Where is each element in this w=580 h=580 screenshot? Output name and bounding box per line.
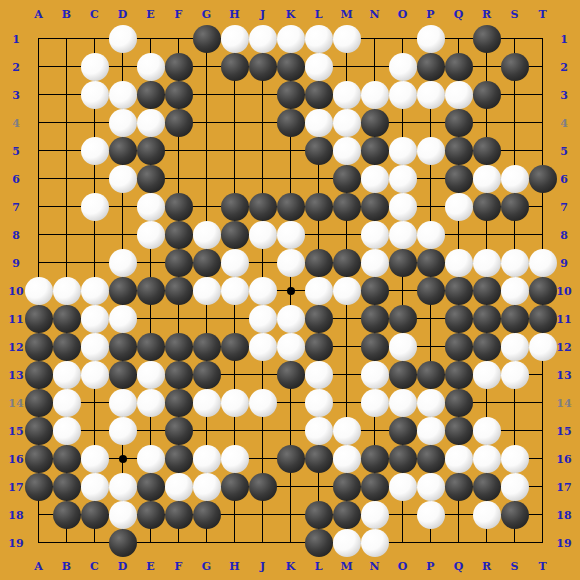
white-stone-C11 [81, 305, 109, 333]
black-stone-K13 [277, 361, 305, 389]
white-stone-O3 [389, 81, 417, 109]
black-stone-F7 [165, 193, 193, 221]
col-label-bottom-P: P [426, 561, 434, 572]
black-stone-J7 [249, 193, 277, 221]
white-stone-D1 [109, 25, 137, 53]
white-stone-B14 [53, 389, 81, 417]
white-stone-K9 [277, 249, 305, 277]
black-stone-L19 [305, 529, 333, 557]
black-stone-G9 [193, 249, 221, 277]
col-label-top-C: C [90, 9, 99, 20]
row-label-left-17: 17 [8, 481, 23, 492]
row-label-left-4: 4 [12, 117, 20, 128]
black-stone-R17 [473, 473, 501, 501]
white-stone-M5 [333, 137, 361, 165]
black-stone-L7 [305, 193, 333, 221]
black-stone-S7 [501, 193, 529, 221]
black-stone-P10 [417, 277, 445, 305]
row-label-left-13: 13 [8, 369, 23, 380]
black-stone-P13 [417, 361, 445, 389]
white-stone-E8 [137, 221, 165, 249]
black-stone-L9 [305, 249, 333, 277]
col-label-bottom-E: E [146, 561, 154, 572]
black-stone-M6 [333, 165, 361, 193]
white-stone-O14 [389, 389, 417, 417]
white-stone-B10 [53, 277, 81, 305]
white-stone-S13 [501, 361, 529, 389]
col-label-top-T: T [538, 9, 546, 20]
white-stone-H9 [221, 249, 249, 277]
black-stone-L3 [305, 81, 333, 109]
black-stone-T10 [529, 277, 557, 305]
white-stone-T9 [529, 249, 557, 277]
white-stone-O12 [389, 333, 417, 361]
black-stone-L18 [305, 501, 333, 529]
black-stone-E6 [137, 165, 165, 193]
black-stone-N4 [361, 109, 389, 137]
white-stone-O8 [389, 221, 417, 249]
black-stone-R11 [473, 305, 501, 333]
star-point-D16 [119, 455, 127, 463]
black-stone-B17 [53, 473, 81, 501]
black-stone-L5 [305, 137, 333, 165]
white-stone-S17 [501, 473, 529, 501]
white-stone-J1 [249, 25, 277, 53]
black-stone-R7 [473, 193, 501, 221]
col-label-top-N: N [369, 9, 379, 20]
white-stone-C2 [81, 53, 109, 81]
black-stone-M18 [333, 501, 361, 529]
white-stone-E7 [137, 193, 165, 221]
row-label-left-14: 14 [8, 397, 23, 408]
black-stone-O13 [389, 361, 417, 389]
white-stone-D4 [109, 109, 137, 137]
row-label-right-19: 19 [556, 537, 571, 548]
row-label-right-3: 3 [560, 89, 568, 100]
white-stone-G8 [193, 221, 221, 249]
black-stone-Q14 [445, 389, 473, 417]
white-stone-L15 [305, 417, 333, 445]
col-label-top-P: P [426, 9, 434, 20]
black-stone-K3 [277, 81, 305, 109]
row-label-left-19: 19 [8, 537, 23, 548]
black-stone-F2 [165, 53, 193, 81]
white-stone-J11 [249, 305, 277, 333]
white-stone-L2 [305, 53, 333, 81]
white-stone-S6 [501, 165, 529, 193]
white-stone-T12 [529, 333, 557, 361]
row-label-left-7: 7 [12, 201, 20, 212]
col-label-top-A: A [34, 9, 43, 20]
col-label-top-B: B [62, 9, 71, 20]
black-stone-T6 [529, 165, 557, 193]
white-stone-R18 [473, 501, 501, 529]
col-label-bottom-F: F [175, 561, 183, 572]
row-label-right-16: 16 [556, 453, 571, 464]
black-stone-S11 [501, 305, 529, 333]
row-label-right-6: 6 [560, 173, 568, 184]
row-label-left-5: 5 [12, 145, 20, 156]
white-stone-Q9 [445, 249, 473, 277]
row-label-left-1: 1 [12, 33, 20, 44]
white-stone-D17 [109, 473, 137, 501]
black-stone-B11 [53, 305, 81, 333]
black-stone-H8 [221, 221, 249, 249]
black-stone-G18 [193, 501, 221, 529]
col-label-bottom-J: J [260, 561, 265, 572]
black-stone-Q10 [445, 277, 473, 305]
black-stone-F18 [165, 501, 193, 529]
black-stone-K7 [277, 193, 305, 221]
white-stone-E14 [137, 389, 165, 417]
white-stone-M3 [333, 81, 361, 109]
white-stone-J10 [249, 277, 277, 305]
black-stone-S18 [501, 501, 529, 529]
white-stone-M19 [333, 529, 361, 557]
black-stone-A16 [25, 445, 53, 473]
white-stone-M4 [333, 109, 361, 137]
white-stone-C12 [81, 333, 109, 361]
white-stone-D15 [109, 417, 137, 445]
black-stone-E17 [137, 473, 165, 501]
col-label-bottom-A: A [34, 561, 43, 572]
black-stone-O11 [389, 305, 417, 333]
white-stone-R13 [473, 361, 501, 389]
black-stone-E10 [137, 277, 165, 305]
black-stone-L11 [305, 305, 333, 333]
black-stone-Q5 [445, 137, 473, 165]
black-stone-N17 [361, 473, 389, 501]
white-stone-Q16 [445, 445, 473, 473]
black-stone-Q11 [445, 305, 473, 333]
row-label-left-2: 2 [12, 61, 20, 72]
white-stone-O5 [389, 137, 417, 165]
white-stone-N8 [361, 221, 389, 249]
white-stone-P15 [417, 417, 445, 445]
black-stone-N16 [361, 445, 389, 473]
white-stone-M16 [333, 445, 361, 473]
black-stone-B18 [53, 501, 81, 529]
black-stone-R3 [473, 81, 501, 109]
white-stone-C7 [81, 193, 109, 221]
black-stone-E18 [137, 501, 165, 529]
black-stone-P9 [417, 249, 445, 277]
row-label-right-17: 17 [556, 481, 571, 492]
white-stone-E13 [137, 361, 165, 389]
white-stone-J12 [249, 333, 277, 361]
col-label-bottom-L: L [315, 561, 323, 572]
col-label-top-R: R [482, 9, 491, 20]
white-stone-D3 [109, 81, 137, 109]
white-stone-K1 [277, 25, 305, 53]
white-stone-O2 [389, 53, 417, 81]
black-stone-Q13 [445, 361, 473, 389]
col-label-top-J: J [260, 9, 265, 20]
black-stone-D19 [109, 529, 137, 557]
white-stone-E2 [137, 53, 165, 81]
white-stone-D11 [109, 305, 137, 333]
black-stone-R12 [473, 333, 501, 361]
row-label-right-8: 8 [560, 229, 568, 240]
black-stone-D12 [109, 333, 137, 361]
black-stone-D10 [109, 277, 137, 305]
black-stone-L16 [305, 445, 333, 473]
black-stone-D13 [109, 361, 137, 389]
black-stone-E12 [137, 333, 165, 361]
black-stone-A13 [25, 361, 53, 389]
black-stone-H2 [221, 53, 249, 81]
white-stone-Q7 [445, 193, 473, 221]
black-stone-H12 [221, 333, 249, 361]
white-stone-H16 [221, 445, 249, 473]
black-stone-O15 [389, 417, 417, 445]
black-stone-S2 [501, 53, 529, 81]
black-stone-F12 [165, 333, 193, 361]
white-stone-R15 [473, 417, 501, 445]
col-label-top-F: F [175, 9, 183, 20]
white-stone-E4 [137, 109, 165, 137]
black-stone-E5 [137, 137, 165, 165]
black-stone-P16 [417, 445, 445, 473]
black-stone-K2 [277, 53, 305, 81]
star-point-K10 [287, 287, 295, 295]
white-stone-N14 [361, 389, 389, 417]
white-stone-K11 [277, 305, 305, 333]
black-stone-A11 [25, 305, 53, 333]
black-stone-N7 [361, 193, 389, 221]
row-label-right-12: 12 [556, 341, 571, 352]
white-stone-O17 [389, 473, 417, 501]
white-stone-G17 [193, 473, 221, 501]
black-stone-D5 [109, 137, 137, 165]
black-stone-F9 [165, 249, 193, 277]
row-label-left-12: 12 [8, 341, 23, 352]
col-label-bottom-S: S [511, 561, 519, 572]
row-label-left-10: 10 [8, 285, 23, 296]
white-stone-L1 [305, 25, 333, 53]
white-stone-L4 [305, 109, 333, 137]
black-stone-J17 [249, 473, 277, 501]
white-stone-H10 [221, 277, 249, 305]
row-label-left-9: 9 [12, 257, 20, 268]
black-stone-J2 [249, 53, 277, 81]
white-stone-C17 [81, 473, 109, 501]
white-stone-N18 [361, 501, 389, 529]
col-label-bottom-Q: Q [454, 561, 464, 572]
black-stone-N11 [361, 305, 389, 333]
col-label-top-Q: Q [454, 9, 464, 20]
row-label-left-3: 3 [12, 89, 20, 100]
white-stone-S12 [501, 333, 529, 361]
col-label-top-D: D [118, 9, 128, 20]
white-stone-N13 [361, 361, 389, 389]
white-stone-C13 [81, 361, 109, 389]
black-stone-M7 [333, 193, 361, 221]
black-stone-Q4 [445, 109, 473, 137]
black-stone-F10 [165, 277, 193, 305]
white-stone-R6 [473, 165, 501, 193]
black-stone-A12 [25, 333, 53, 361]
black-stone-F14 [165, 389, 193, 417]
white-stone-P5 [417, 137, 445, 165]
white-stone-Q3 [445, 81, 473, 109]
row-label-right-5: 5 [560, 145, 568, 156]
black-stone-M9 [333, 249, 361, 277]
row-label-right-13: 13 [556, 369, 571, 380]
col-label-bottom-M: M [340, 561, 352, 572]
white-stone-O7 [389, 193, 417, 221]
col-label-top-M: M [340, 9, 352, 20]
white-stone-H14 [221, 389, 249, 417]
row-label-left-8: 8 [12, 229, 20, 240]
row-label-right-2: 2 [560, 61, 568, 72]
col-label-top-H: H [229, 9, 239, 20]
black-stone-Q2 [445, 53, 473, 81]
col-label-bottom-N: N [369, 561, 379, 572]
black-stone-F15 [165, 417, 193, 445]
white-stone-P3 [417, 81, 445, 109]
col-label-bottom-K: K [286, 561, 296, 572]
go-board[interactable]: AABBCCDDEEFFGGHHJJKKLLMMNNOOPPQQRRSSTT11… [0, 0, 580, 580]
black-stone-R1 [473, 25, 501, 53]
row-label-left-18: 18 [8, 509, 23, 520]
white-stone-N9 [361, 249, 389, 277]
black-stone-P2 [417, 53, 445, 81]
white-stone-S16 [501, 445, 529, 473]
row-label-right-11: 11 [556, 313, 571, 324]
black-stone-Q17 [445, 473, 473, 501]
white-stone-E16 [137, 445, 165, 473]
white-stone-P17 [417, 473, 445, 501]
white-stone-B15 [53, 417, 81, 445]
col-label-top-L: L [315, 9, 323, 20]
col-label-top-K: K [286, 9, 296, 20]
row-label-left-6: 6 [12, 173, 20, 184]
black-stone-K4 [277, 109, 305, 137]
black-stone-A17 [25, 473, 53, 501]
black-stone-O9 [389, 249, 417, 277]
black-stone-F3 [165, 81, 193, 109]
white-stone-C10 [81, 277, 109, 305]
black-stone-G12 [193, 333, 221, 361]
white-stone-L14 [305, 389, 333, 417]
black-stone-N5 [361, 137, 389, 165]
black-stone-F4 [165, 109, 193, 137]
black-stone-G1 [193, 25, 221, 53]
col-label-bottom-T: T [538, 561, 546, 572]
row-label-right-15: 15 [556, 425, 571, 436]
col-label-top-G: G [202, 9, 211, 20]
white-stone-A10 [25, 277, 53, 305]
black-stone-Q6 [445, 165, 473, 193]
col-label-bottom-B: B [62, 561, 71, 572]
row-label-right-1: 1 [560, 33, 568, 44]
col-label-top-S: S [511, 9, 519, 20]
row-label-left-15: 15 [8, 425, 23, 436]
col-label-bottom-H: H [229, 561, 239, 572]
white-stone-D9 [109, 249, 137, 277]
white-stone-L13 [305, 361, 333, 389]
black-stone-Q12 [445, 333, 473, 361]
black-stone-G13 [193, 361, 221, 389]
white-stone-N6 [361, 165, 389, 193]
black-stone-A15 [25, 417, 53, 445]
row-label-left-11: 11 [8, 313, 23, 324]
white-stone-G14 [193, 389, 221, 417]
white-stone-S9 [501, 249, 529, 277]
black-stone-L12 [305, 333, 333, 361]
black-stone-K16 [277, 445, 305, 473]
black-stone-F8 [165, 221, 193, 249]
black-stone-N12 [361, 333, 389, 361]
white-stone-G16 [193, 445, 221, 473]
black-stone-N10 [361, 277, 389, 305]
white-stone-D18 [109, 501, 137, 529]
row-label-right-14: 14 [556, 397, 571, 408]
black-stone-Q15 [445, 417, 473, 445]
row-label-left-16: 16 [8, 453, 23, 464]
white-stone-H1 [221, 25, 249, 53]
white-stone-O6 [389, 165, 417, 193]
row-label-right-4: 4 [560, 117, 568, 128]
black-stone-B16 [53, 445, 81, 473]
white-stone-S10 [501, 277, 529, 305]
white-stone-P14 [417, 389, 445, 417]
white-stone-R9 [473, 249, 501, 277]
white-stone-M1 [333, 25, 361, 53]
row-label-right-9: 9 [560, 257, 568, 268]
black-stone-B12 [53, 333, 81, 361]
white-stone-K8 [277, 221, 305, 249]
black-stone-F16 [165, 445, 193, 473]
black-stone-O16 [389, 445, 417, 473]
white-stone-M10 [333, 277, 361, 305]
black-stone-R10 [473, 277, 501, 305]
white-stone-C16 [81, 445, 109, 473]
col-label-bottom-G: G [202, 561, 211, 572]
white-stone-F17 [165, 473, 193, 501]
black-stone-H7 [221, 193, 249, 221]
row-label-right-7: 7 [560, 201, 568, 212]
black-stone-R5 [473, 137, 501, 165]
row-label-right-10: 10 [556, 285, 571, 296]
white-stone-D14 [109, 389, 137, 417]
black-stone-E3 [137, 81, 165, 109]
white-stone-G10 [193, 277, 221, 305]
col-label-bottom-C: C [90, 561, 99, 572]
col-label-bottom-O: O [398, 561, 408, 572]
black-stone-T11 [529, 305, 557, 333]
white-stone-N19 [361, 529, 389, 557]
white-stone-N3 [361, 81, 389, 109]
white-stone-P18 [417, 501, 445, 529]
white-stone-C3 [81, 81, 109, 109]
col-label-top-O: O [398, 9, 408, 20]
white-stone-C5 [81, 137, 109, 165]
white-stone-P1 [417, 25, 445, 53]
col-label-bottom-R: R [482, 561, 491, 572]
col-label-top-E: E [146, 9, 154, 20]
white-stone-B13 [53, 361, 81, 389]
white-stone-D6 [109, 165, 137, 193]
black-stone-C18 [81, 501, 109, 529]
white-stone-L10 [305, 277, 333, 305]
black-stone-A14 [25, 389, 53, 417]
white-stone-P8 [417, 221, 445, 249]
white-stone-M15 [333, 417, 361, 445]
black-stone-H17 [221, 473, 249, 501]
col-label-bottom-D: D [118, 561, 128, 572]
